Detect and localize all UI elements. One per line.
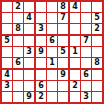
cell-r6c8[interactable] (81, 58, 91, 68)
cell-r4c2[interactable] (13, 36, 23, 46)
cell-r8c2[interactable] (13, 81, 23, 91)
box-0-1: 873 (36, 2, 68, 34)
cell-r5c9[interactable] (92, 47, 102, 57)
cell-r1c5[interactable] (47, 2, 57, 12)
cell-r3c8[interactable] (81, 24, 91, 34)
cell-r6c1[interactable] (2, 58, 12, 68)
cell-r3c5[interactable] (47, 24, 57, 34)
cell-r2c2[interactable] (13, 13, 23, 23)
cell-r5c3: 3 (24, 47, 34, 57)
cell-r2c3: 4 (24, 13, 34, 23)
cell-r8c9[interactable] (92, 81, 102, 91)
cell-r5c7: 1 (70, 47, 80, 57)
cell-r7c7[interactable] (70, 70, 80, 80)
cell-r3c6[interactable] (58, 24, 68, 34)
cell-r9c1[interactable] (2, 92, 12, 102)
cell-r4c1: 5 (2, 36, 12, 46)
box-2-0: 439 (2, 70, 34, 102)
cell-r6c2: 6 (13, 58, 23, 68)
cell-r4c4[interactable] (36, 36, 46, 46)
cell-r6c9: 8 (92, 58, 102, 68)
cell-r2c6: 7 (58, 13, 68, 23)
cell-r8c3[interactable] (24, 81, 34, 91)
cell-r7c5[interactable] (47, 70, 57, 80)
cell-r1c2: 2 (13, 2, 23, 12)
cell-r2c4[interactable] (36, 13, 46, 23)
box-0-2: 452 (70, 2, 102, 34)
cell-r3c4: 3 (36, 24, 46, 34)
box-2-2: 623 (70, 70, 102, 102)
cell-r1c9[interactable] (92, 2, 102, 12)
cell-r7c8: 6 (81, 70, 91, 80)
cell-r8c4: 6 (36, 81, 46, 91)
cell-r8c6[interactable] (58, 81, 68, 91)
cell-r4c3[interactable] (24, 36, 34, 46)
cell-r2c9: 5 (92, 13, 102, 23)
box-1-2: 718 (70, 36, 102, 68)
cell-r9c7[interactable] (70, 92, 80, 102)
cell-r4c6[interactable] (58, 36, 68, 46)
cell-r5c2[interactable] (13, 47, 23, 57)
cell-r3c1[interactable] (2, 24, 12, 34)
cell-r9c6[interactable] (58, 92, 68, 102)
cell-r3c7[interactable] (70, 24, 80, 34)
cell-r6c5: 1 (47, 58, 57, 68)
cell-r6c3[interactable] (24, 58, 34, 68)
sudoku-board: 2488734525366951718439962623 (0, 0, 104, 104)
box-1-1: 6951 (36, 36, 68, 68)
cell-r7c2[interactable] (13, 70, 23, 80)
cell-r4c5: 6 (47, 36, 57, 46)
cell-r7c3[interactable] (24, 70, 34, 80)
cell-r1c4[interactable] (36, 2, 46, 12)
cell-r1c6: 8 (58, 2, 68, 12)
cell-r7c1: 4 (2, 70, 12, 80)
cell-r6c6[interactable] (58, 58, 68, 68)
box-0-0: 248 (2, 2, 34, 34)
cell-r2c7[interactable] (70, 13, 80, 23)
cell-r4c8: 7 (81, 36, 91, 46)
cell-r9c5[interactable] (47, 92, 57, 102)
cell-r2c5[interactable] (47, 13, 57, 23)
cell-r9c3: 9 (24, 92, 34, 102)
cell-r3c2: 8 (13, 24, 23, 34)
cell-r3c9: 2 (92, 24, 102, 34)
cell-r5c8[interactable] (81, 47, 91, 57)
cell-r1c7: 4 (70, 2, 80, 12)
cell-r2c8[interactable] (81, 13, 91, 23)
cell-r7c6: 9 (58, 70, 68, 80)
cell-r8c7: 2 (70, 81, 80, 91)
cell-r7c9[interactable] (92, 70, 102, 80)
cell-r1c8[interactable] (81, 2, 91, 12)
cell-r8c5[interactable] (47, 81, 57, 91)
cell-r8c8[interactable] (81, 81, 91, 91)
cell-r4c7[interactable] (70, 36, 80, 46)
cell-r4c9[interactable] (92, 36, 102, 46)
cell-r9c8: 3 (81, 92, 91, 102)
cell-r5c5[interactable] (47, 47, 57, 57)
cell-r5c1[interactable] (2, 47, 12, 57)
cell-r6c7[interactable] (70, 58, 80, 68)
cell-r1c3[interactable] (24, 2, 34, 12)
box-2-1: 962 (36, 70, 68, 102)
cell-r9c2[interactable] (13, 92, 23, 102)
cell-r8c1: 3 (2, 81, 12, 91)
cell-r3c3[interactable] (24, 24, 34, 34)
cell-r1c1[interactable] (2, 2, 12, 12)
cell-r2c1[interactable] (2, 13, 12, 23)
cell-r6c4[interactable] (36, 58, 46, 68)
cell-r9c4: 2 (36, 92, 46, 102)
cell-r5c4: 9 (36, 47, 46, 57)
cell-r9c9[interactable] (92, 92, 102, 102)
box-1-0: 536 (2, 36, 34, 68)
cell-r7c4[interactable] (36, 70, 46, 80)
cell-r5c6: 5 (58, 47, 68, 57)
